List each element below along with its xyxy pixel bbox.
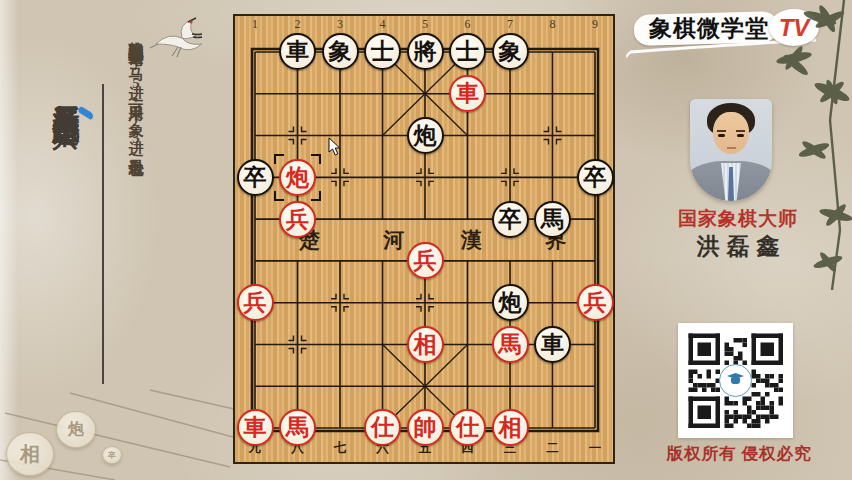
piece-black-士-f4r0[interactable]: 士 (361, 31, 404, 73)
piece-black-象-f3r0[interactable]: 象 (319, 31, 362, 73)
piece-glyph: 車 (456, 82, 479, 105)
piece-glyph: 相 (499, 416, 522, 439)
piece-glyph: 炮 (286, 166, 309, 189)
piece-red-兵-f5r5[interactable]: 兵 (404, 240, 447, 282)
video-frame: { "game": "xiangqi", "position": { "fen"… (0, 0, 852, 480)
episode-subtitle: 推翻职业棋手讲棋结论：马7进5可采用，象7进5最逊色 (126, 30, 145, 460)
file-label-1: 1 (234, 17, 277, 31)
portrait-eye (718, 134, 725, 137)
piece-black-卒-f9r3[interactable]: 卒 (574, 156, 617, 198)
file-labels-top: 123456789 (234, 17, 617, 31)
piece-black-炮-f7r6[interactable]: 炮 (489, 282, 532, 324)
piece-glyph: 車 (244, 416, 267, 439)
piece-black-車-f2r0[interactable]: 車 (276, 31, 319, 73)
piece-glyph: 車 (286, 40, 309, 63)
mouse-cursor (328, 137, 342, 157)
piece-layer: 車象士將士象車炮卒炮卒兵卒馬兵兵炮兵相馬車車馬仕帥仕相 (234, 31, 617, 449)
piece-glyph: 兵 (584, 291, 607, 314)
crane-icon (148, 14, 210, 62)
piece-glyph: 卒 (244, 166, 267, 189)
piece-red-馬-f2r9[interactable]: 馬 (276, 407, 319, 449)
piece-black-象-f7r0[interactable]: 象 (489, 31, 532, 73)
portrait-brow (736, 130, 745, 132)
file-label-8: 8 (531, 17, 574, 31)
piece-black-士-f6r0[interactable]: 士 (446, 31, 489, 73)
master-name: 洪磊鑫 (668, 231, 808, 262)
piece-glyph: 車 (541, 333, 564, 356)
piece-glyph: 馬 (499, 333, 522, 356)
portrait-eye (737, 134, 744, 137)
piece-black-炮-f5r2[interactable]: 炮 (404, 115, 447, 157)
piece-red-車-f1r9[interactable]: 車 (234, 407, 277, 449)
piece-glyph: 將 (414, 40, 437, 63)
piece-glyph: 士 (371, 40, 394, 63)
piece-red-相-f7r9[interactable]: 相 (489, 407, 532, 449)
file-label-6: 6 (446, 17, 489, 31)
file-label-2: 2 (276, 17, 319, 31)
title-divider (102, 84, 104, 384)
piece-glyph: 兵 (286, 208, 309, 231)
piece-glyph: 帥 (414, 416, 437, 439)
piece-red-炮-f2r3[interactable]: 炮 (276, 156, 319, 198)
piece-red-馬-f7r7[interactable]: 馬 (489, 323, 532, 365)
piece-red-仕-f4r9[interactable]: 仕 (361, 407, 404, 449)
ghost-piece-xiang: 相 (6, 432, 54, 476)
portrait-mouth (727, 147, 736, 149)
piece-red-帥-f5r9[interactable]: 帥 (404, 407, 447, 449)
piece-glyph: 卒 (499, 208, 522, 231)
piece-glyph: 仕 (456, 416, 479, 439)
piece-red-車-f6r1[interactable]: 車 (446, 73, 489, 115)
piece-black-將-f5r0[interactable]: 將 (404, 31, 447, 73)
piece-glyph: 兵 (414, 249, 437, 272)
piece-glyph: 兵 (244, 291, 267, 314)
piece-black-馬-f8r4[interactable]: 馬 (531, 198, 574, 240)
piece-glyph: 炮 (499, 291, 522, 314)
master-title: 国家象棋大师 (672, 206, 804, 232)
piece-red-兵-f1r6[interactable]: 兵 (234, 282, 277, 324)
file-label-5: 5 (404, 17, 447, 31)
ghost-piece-zu: 卒 (102, 446, 122, 464)
piece-black-車-f8r7[interactable]: 車 (531, 323, 574, 365)
piece-glyph: 卒 (584, 166, 607, 189)
episode-title: 新派屏风马抗击中炮急进中兵 (48, 82, 84, 462)
piece-glyph: 士 (456, 40, 479, 63)
portrait-brow (717, 130, 726, 132)
piece-black-卒-f1r3[interactable]: 卒 (234, 156, 277, 198)
piece-glyph: 相 (414, 333, 437, 356)
piece-red-兵-f2r4[interactable]: 兵 (276, 198, 319, 240)
piece-glyph: 炮 (414, 124, 437, 147)
graduation-cap-icon (731, 378, 740, 384)
xiangqi-board[interactable]: 123456789 九八七六五四三二一 楚 河 漢 界 車象士將士象車炮卒炮卒兵… (233, 14, 615, 464)
piece-glyph: 象 (329, 40, 352, 63)
file-label-3: 3 (319, 17, 362, 31)
copyright-notice: 版权所有 侵权必究 (664, 443, 814, 465)
file-label-9: 9 (574, 17, 617, 31)
master-portrait (690, 99, 772, 201)
piece-glyph: 馬 (286, 416, 309, 439)
piece-glyph: 馬 (541, 208, 564, 231)
file-label-7: 7 (489, 17, 532, 31)
piece-red-仕-f6r9[interactable]: 仕 (446, 407, 489, 449)
piece-red-兵-f9r6[interactable]: 兵 (574, 282, 617, 324)
piece-glyph: 仕 (371, 416, 394, 439)
piece-black-卒-f7r4[interactable]: 卒 (489, 198, 532, 240)
piece-glyph: 象 (499, 40, 522, 63)
piece-red-相-f5r7[interactable]: 相 (404, 323, 447, 365)
file-label-4: 4 (361, 17, 404, 31)
